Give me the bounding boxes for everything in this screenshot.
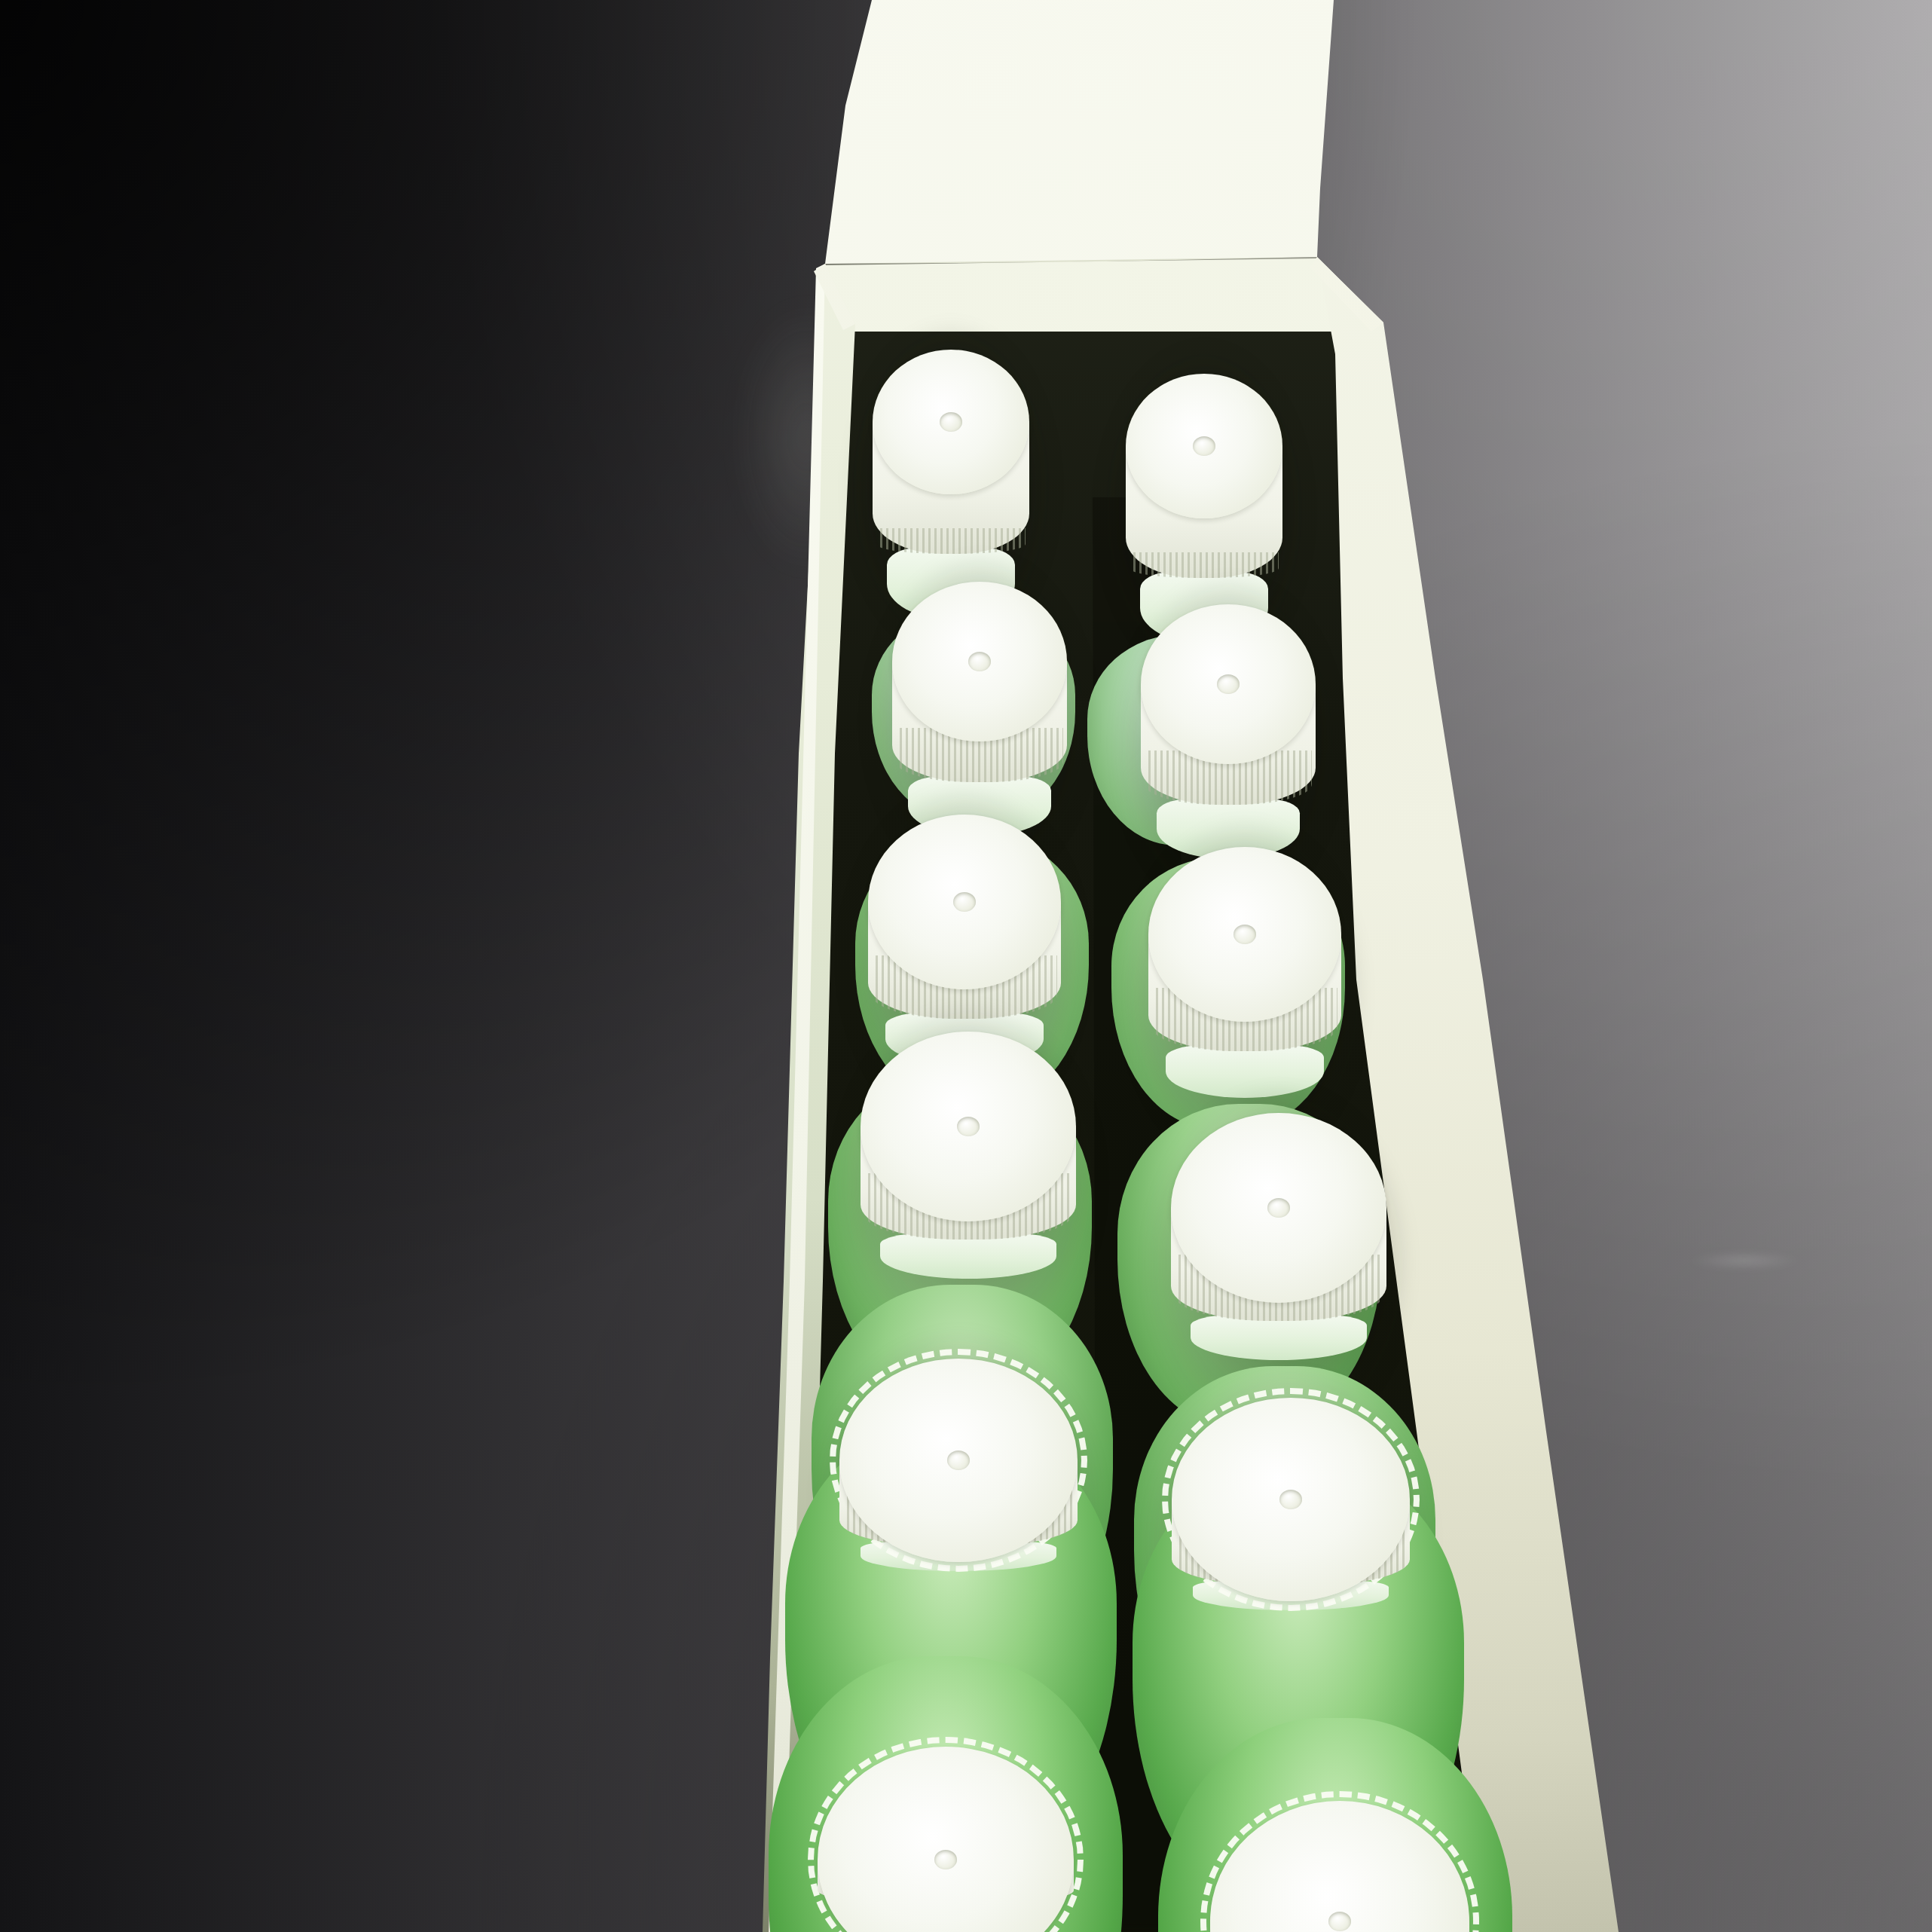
bottle-r1-left-cap-knurl bbox=[876, 528, 1026, 554]
backdrop-scratch bbox=[1688, 1251, 1801, 1270]
bottle-r4-right-cap-dimple bbox=[1267, 1198, 1290, 1218]
bottle-r5-left-cap-dimple bbox=[947, 1451, 970, 1470]
bottle-r4-left-cap-dimple bbox=[957, 1117, 980, 1136]
bottle-r1-right-cap-dimple bbox=[1193, 436, 1215, 456]
bottle-r5-right-cap-dimple bbox=[1279, 1490, 1302, 1509]
bottle-r4-right-neck bbox=[1191, 1315, 1368, 1360]
bottle-r1-left-cap-dimple bbox=[940, 412, 962, 432]
bottle-r3-left-cap-dimple bbox=[953, 892, 976, 912]
bottle-r4-left-neck bbox=[880, 1233, 1057, 1279]
bottle-r3-right-cap-dimple bbox=[1233, 925, 1256, 944]
bottle-r2-left-cap-dimple bbox=[968, 652, 991, 671]
bottle-r1-right-cap-knurl bbox=[1130, 552, 1279, 578]
bottle-r2-right-cap-dimple bbox=[1217, 674, 1240, 694]
bottle-r6-right-cap-dimple bbox=[1328, 1912, 1351, 1931]
bottle-r6-left-cap-dimple bbox=[934, 1850, 957, 1869]
photo-scene-carton-of-green-bottles bbox=[0, 0, 1932, 1932]
